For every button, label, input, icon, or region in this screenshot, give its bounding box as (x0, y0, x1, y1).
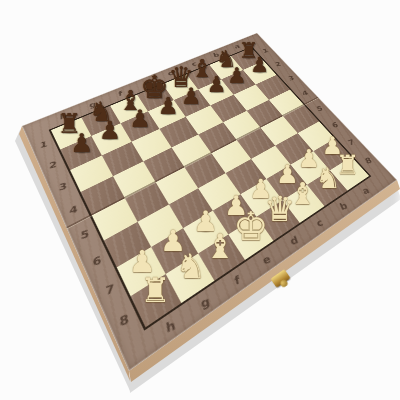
file-label-bottom-d: d (288, 235, 299, 247)
rank-label-left-3: 3 (58, 182, 66, 193)
product-photo-scene: 11hh22gg33ff44ee55dd66cc77bb88aa ♜♞♝♚♛♝♞… (0, 0, 400, 400)
file-label-bottom-h: h (165, 319, 176, 335)
piece-light-rook-h8: ♜ (140, 272, 170, 306)
piece-dark-pawn-e2: ♟ (158, 95, 179, 118)
rank-label-left-4: 4 (69, 205, 78, 217)
piece-light-knight-b8: ♞ (315, 165, 340, 193)
piece-dark-pawn-b2: ♟ (227, 65, 246, 86)
piece-dark-pawn-h2: ♟ (70, 132, 93, 158)
rank-label-right-6: 6 (330, 121, 339, 129)
piece-light-queen-d8: ♛ (264, 192, 295, 227)
rank-label-left-5: 5 (80, 229, 89, 241)
file-label-bottom-a: a (361, 186, 371, 196)
rank-label-right-3: 3 (287, 75, 295, 82)
file-label-bottom-g: g (199, 296, 210, 311)
piece-light-knight-g8: ♞ (176, 250, 206, 284)
rank-label-left-7: 7 (104, 283, 114, 298)
piece-light-king-e8: ♚ (233, 206, 268, 245)
file-label-bottom-e: e (261, 254, 271, 267)
file-label-bottom-c: c (315, 218, 324, 229)
rank-label-left-2: 2 (48, 160, 56, 170)
rank-label-right-4: 4 (301, 90, 309, 97)
piece-dark-pawn-a2: ♟ (250, 56, 269, 77)
piece-dark-pawn-c2: ♟ (207, 74, 227, 96)
rank-label-left-8: 8 (118, 313, 128, 329)
piece-dark-pawn-g2: ♟ (99, 119, 121, 144)
rank-label-right-5: 5 (315, 105, 323, 112)
file-label-bottom-f: f (233, 275, 241, 288)
rank-label-right-2: 2 (274, 61, 281, 67)
rank-label-left-6: 6 (92, 255, 101, 268)
piece-dark-pawn-f2: ♟ (129, 107, 151, 131)
piece-light-bishop-f8: ♝ (205, 230, 235, 264)
file-label-bottom-b: b (338, 201, 348, 212)
rank-label-left-1: 1 (39, 140, 47, 149)
rank-label-right-7: 7 (346, 139, 355, 147)
piece-dark-pawn-d2: ♟ (181, 85, 201, 108)
rank-label-right-8: 8 (363, 157, 372, 166)
